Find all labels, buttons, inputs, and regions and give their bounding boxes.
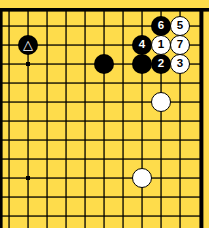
white-stone-move-5: 5 xyxy=(170,16,190,36)
move-number: 5 xyxy=(177,20,183,32)
move-number: 6 xyxy=(158,20,164,32)
white-stone-Q10 xyxy=(132,168,152,188)
black-stone-K17: △ xyxy=(18,35,38,55)
black-stone-move-2: 2 xyxy=(151,54,171,74)
move-number: 1 xyxy=(158,39,164,51)
black-stone-Q16 xyxy=(132,54,152,74)
black-stone-move-6: 6 xyxy=(151,16,171,36)
white-stone-move-1: 1 xyxy=(151,35,171,55)
move-number: 7 xyxy=(177,39,183,51)
board-stones-grid: △2341765 xyxy=(0,0,209,226)
white-stone-move-3: 3 xyxy=(170,54,190,74)
white-stone-R14 xyxy=(151,92,171,112)
black-stone-move-4: 4 xyxy=(132,35,152,55)
go-board-diagram: △2341765 xyxy=(0,0,209,228)
move-number: 2 xyxy=(158,58,164,70)
triangle-mark-icon: △ xyxy=(23,38,33,51)
move-number: 4 xyxy=(139,39,145,51)
move-number: 3 xyxy=(177,58,183,70)
white-stone-move-7: 7 xyxy=(170,35,190,55)
black-stone-O16 xyxy=(94,54,114,74)
